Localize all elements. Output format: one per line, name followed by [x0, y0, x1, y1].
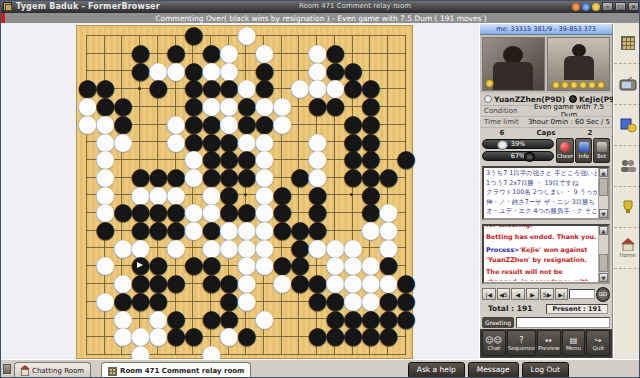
black-stone-6-0: ● — [184, 26, 201, 43]
tv-icon — [619, 77, 637, 91]
white-stone-16-11: ● — [361, 221, 378, 238]
tab-room-471[interactable]: Room 471 Comment relay room — [101, 362, 251, 378]
white-time-bar[interactable]: 39% — [482, 139, 554, 149]
home-button[interactable]: Home — [614, 228, 640, 269]
white-stone-13-12: ● — [308, 239, 325, 256]
quit-toolbar-button[interactable]: ↪Quit — [586, 330, 610, 356]
tab-scroll-icon[interactable] — [3, 364, 11, 374]
preview-toolbar-button[interactable]: ↔Preview — [537, 330, 561, 356]
coins-cube-icon — [619, 117, 637, 133]
ask-help-button[interactable]: Ask a help — [408, 362, 465, 378]
announcement-scrollbar[interactable]: ▲ ▼ — [598, 226, 608, 282]
black-stone-16-17: ● — [361, 327, 378, 344]
bet-button[interactable]: Bet — [593, 138, 610, 163]
black-stone-4-3: ● — [148, 79, 165, 96]
app-icon — [3, 2, 12, 11]
menu-toolbar-button[interactable]: ▤Menu — [562, 330, 586, 356]
time-limit-row: Time limit 3hour 0min : 60 Sec / 5 — [480, 116, 612, 127]
chat-icon: ☺☺ — [486, 336, 503, 345]
move-number-input[interactable] — [569, 289, 594, 299]
nav-forward-button[interactable]: ▶ — [526, 288, 540, 300]
chat-toolbar-button[interactable]: ☺☺Chat — [482, 330, 506, 356]
trophy-button[interactable] — [614, 187, 640, 228]
chat-line: 伸・ノ・鈍さ7ーサ ザ・ニシ 3目勝ち 2うらい、2nd. — [486, 198, 597, 208]
white-stone-0-5: ● — [78, 115, 95, 132]
black-stone-2-10: ● — [113, 203, 130, 220]
right-toolbar: Home — [613, 23, 640, 359]
black-stone-18-16: ● — [396, 310, 413, 327]
sidebar-header: me: 33315 381/9 - 39-853 373 — [480, 24, 612, 35]
status-bar: Commenting Over( black wins by resignati… — [1, 13, 640, 23]
captures-row: 6 Caps 2 — [480, 127, 612, 137]
white-stone-2-12: ● — [113, 239, 130, 256]
chat-line: クラウド100名 2つしまい ・ 9 うっかりコウ ・ ソー 1297 — [486, 188, 597, 198]
white-stone-6-11: ● — [184, 221, 201, 238]
key-icon[interactable] — [592, 3, 600, 11]
announcement-line: ** [Congratulations] 'jyj11288', in room… — [486, 224, 597, 230]
flowers-row — [548, 81, 609, 89]
white-stone-6-8: ● — [184, 168, 201, 185]
nav-last-button[interactable]: ▶| — [555, 288, 569, 300]
black-stone-6-13: ● — [184, 256, 201, 273]
black-stone-18-7: ● — [396, 150, 413, 167]
time-bars-zone: 39% 67% Cheer Info Bet — [480, 137, 612, 164]
palette-icon[interactable] — [572, 3, 580, 11]
titlebar-room-label: Room 471 Comment relay room — [299, 2, 411, 10]
black-stone-9-8: ● — [237, 168, 254, 185]
black-stone-3-15: ● — [131, 292, 148, 309]
black-captures-count: 2 — [568, 129, 612, 137]
captures-label: Caps — [524, 129, 568, 137]
total-moves-label: Total : 191 — [480, 304, 546, 313]
black-stone-1-11: ● — [95, 221, 112, 238]
go-board[interactable]: ●●●●●●●●●●●●●●●●●●●●●●●●●●●●●●●●●●●●●●●●… — [76, 25, 413, 359]
baduk-board-icon — [621, 36, 635, 50]
black-stone-14-17: ● — [325, 327, 342, 344]
black-stone-12-8: ● — [290, 168, 307, 185]
preview-icon: ↔ — [545, 336, 552, 345]
info-button[interactable]: Info — [575, 138, 592, 163]
greeting-button[interactable]: Greeting — [482, 317, 514, 328]
nav-first-button[interactable]: |◀ — [482, 288, 496, 300]
commentary-box[interactable]: 3うち7 1目半の強さと 手どころ強いと 判断ついた - aさん 9b1つう7 … — [482, 166, 610, 220]
player-photos — [480, 35, 612, 93]
black-stone-12-14: ● — [290, 274, 307, 291]
close-button[interactable]: ✕ — [628, 2, 639, 11]
black-stone-15-3: ● — [343, 79, 360, 96]
commentary-scrollbar[interactable]: ▲ ▼ — [598, 168, 608, 218]
black-stone-7-14: ● — [201, 274, 218, 291]
announcement-line: Betting has ended. Thank you. — [486, 233, 597, 243]
star-point — [350, 193, 353, 196]
move-totals-row: Total : 191 Present : 191 — [480, 302, 612, 315]
announcement-line: The result will not be changed, in accor… — [486, 268, 597, 281]
move-navigation: |◀ ◀5 ◀ ▶ 5▶ ▶| GO — [480, 286, 612, 302]
tab-chatting-room[interactable]: Chatting Room — [14, 362, 91, 378]
maximize-button[interactable]: □ — [615, 2, 626, 11]
nav-back-button[interactable]: ◀ — [511, 288, 525, 300]
betting-button[interactable] — [614, 105, 640, 146]
black-player-photo — [547, 37, 610, 91]
white-stone-5-12: ● — [166, 239, 183, 256]
last-move-marker — [137, 262, 143, 268]
time-limit-value: 3hour 0min : 60 Sec / 5 — [526, 118, 612, 126]
star-point — [138, 87, 141, 90]
title-bar: Tygem Baduk - FormerBrowser Room 471 Com… — [1, 1, 640, 13]
toolbar-button-label: Chat — [487, 345, 500, 351]
menu-icon: ▤ — [570, 336, 578, 345]
game-status-text: Commenting Over( black wins by resignati… — [1, 14, 640, 23]
message-button[interactable]: Message — [468, 362, 519, 378]
home-icon — [620, 238, 636, 251]
condition-row: Condition Even game with 7.5 Dum — [480, 105, 612, 116]
flower-badge-icon — [485, 79, 494, 88]
black-stone-5-14: ● — [166, 274, 183, 291]
game-sidebar: me: 33315 381/9 - 39-853 373 YuanZZhen(P… — [479, 23, 613, 359]
black-stone-5-17: ● — [166, 327, 183, 344]
black-stone-15-8: ● — [343, 168, 360, 185]
nav-back5-button[interactable]: ◀5 — [497, 288, 511, 300]
chat-line: 1つう7 2x7目勝 ・ 19目ですね — [486, 179, 597, 189]
white-stone-1-15: ● — [95, 292, 112, 309]
baduk-board-button[interactable] — [614, 23, 640, 64]
chat-line: 3うち7 1目半の強さと 手どころ強いと 判断ついた - aさん 9b — [486, 169, 597, 179]
trophy-icon — [620, 200, 636, 214]
white-stone-9-15: ● — [237, 292, 254, 309]
quit-icon: ↪ — [595, 336, 602, 345]
sequence-toolbar-button[interactable]: ?Sequence — [507, 330, 536, 356]
broadcast-button[interactable] — [614, 64, 640, 105]
white-stone-9-0: ● — [237, 26, 254, 43]
white-stone-11-14: ● — [272, 274, 289, 291]
chat-line: オ・ユデ・エク 4つの勝負手・ク そこユウ・ うんこうらう — [486, 207, 597, 217]
black-stone-3-2: ● — [131, 62, 148, 79]
board-panel: ●●●●●●●●●●●●●●●●●●●●●●●●●●●●●●●●●●●●●●●●… — [1, 23, 479, 359]
black-stone-13-17: ● — [308, 327, 325, 344]
bet-camera-icon — [597, 142, 607, 152]
white-stone-2-17: ● — [113, 327, 130, 344]
go-to-move-button[interactable]: GO — [596, 287, 611, 302]
cheer-button[interactable]: Cheer — [556, 138, 574, 163]
greeting-row: Greeting — [480, 315, 612, 329]
toolbar-button-label: Sequence — [508, 345, 535, 351]
logout-button[interactable]: Log Out — [522, 362, 569, 378]
toolbar-button-label: Menu — [566, 345, 581, 351]
white-stone-1-13: ● — [95, 256, 112, 273]
black-stone-14-4: ● — [325, 97, 342, 114]
friends-button[interactable] — [614, 146, 640, 187]
white-stone-5-2: ● — [166, 62, 183, 79]
room-tab-board-icon — [108, 367, 117, 376]
people-icon — [619, 159, 637, 173]
white-stone-5-6: ● — [166, 133, 183, 150]
bottom-bar: Chatting Room Room 471 Comment relay roo… — [1, 359, 640, 378]
black-stone-15-17: ● — [343, 327, 360, 344]
greeting-input[interactable] — [516, 317, 610, 328]
announcement-box[interactable]: ** [Congratulations] 'jyj11288', in room… — [482, 224, 610, 284]
magnifier-icon[interactable] — [582, 3, 590, 11]
sidebar-toolbar: ☺☺Chat?Sequence↔Preview▤Menu↪Quit — [480, 329, 612, 358]
black-stone-13-15: ● — [308, 292, 325, 309]
white-stone-8-12: ● — [219, 239, 236, 256]
black-bar-knob — [524, 152, 535, 162]
white-captures-count: 6 — [480, 129, 524, 137]
window-title: Tygem Baduk - FormerBrowser — [16, 2, 160, 11]
sequence-icon: ? — [519, 336, 523, 345]
star-point — [244, 193, 247, 196]
info-icon — [579, 142, 589, 152]
white-stone-12-3: ● — [290, 79, 307, 96]
white-bar-knob — [497, 140, 508, 150]
app-window: Tygem Baduk - FormerBrowser Room 471 Com… — [0, 0, 640, 378]
white-stone-2-6: ● — [113, 133, 130, 150]
present-move-label: Present : 191 — [546, 304, 608, 314]
cheer-ball-icon — [560, 142, 570, 152]
announcement-line: Process>'KeJie' won against 'YuanZZhen' … — [486, 246, 597, 265]
toolbar-button-label: Preview — [538, 345, 559, 351]
toolbar-button-label: Quit — [592, 345, 604, 351]
black-stone-13-4: ● — [308, 97, 325, 114]
home-tab-icon — [21, 369, 29, 376]
white-stone-10-13: ● — [255, 256, 272, 273]
nav-forward5-button[interactable]: 5▶ — [540, 288, 554, 300]
home-label: Home — [619, 252, 635, 258]
black-stone-9-17: ● — [237, 327, 254, 344]
white-stone-icon — [484, 95, 492, 103]
minimize-button[interactable]: ─ — [602, 2, 613, 11]
black-stone-6-17: ● — [184, 327, 201, 344]
white-player-photo — [482, 37, 545, 91]
time-limit-label: Time limit — [480, 118, 526, 126]
condition-label: Condition — [480, 107, 526, 115]
white-stone-10-16: ● — [255, 310, 272, 327]
black-stone-icon — [569, 95, 577, 103]
black-stone-17-17: ● — [378, 327, 395, 344]
black-time-bar[interactable]: 67% — [482, 151, 554, 161]
white-stone-8-17: ● — [219, 327, 236, 344]
